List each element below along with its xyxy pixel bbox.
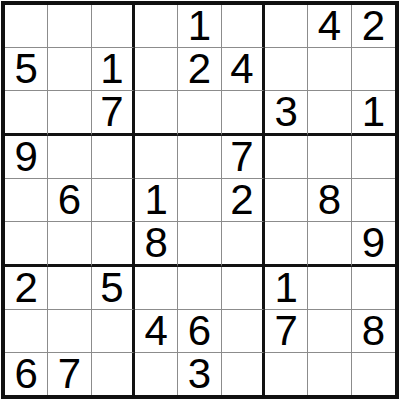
cell-r2c4[interactable] bbox=[135, 48, 178, 91]
cell-r6c7[interactable] bbox=[265, 222, 308, 267]
cell-r1c7[interactable] bbox=[265, 5, 308, 48]
cell-r5c1[interactable] bbox=[5, 179, 48, 222]
cell-r3c2[interactable] bbox=[48, 91, 91, 136]
cell-r7c4[interactable] bbox=[135, 267, 178, 310]
cell-r7c3[interactable]: 5 bbox=[92, 267, 135, 310]
cell-r4c5[interactable] bbox=[178, 136, 221, 179]
cell-r7c9[interactable] bbox=[352, 267, 395, 310]
cell-r3c1[interactable] bbox=[5, 91, 48, 136]
cell-r3c4[interactable] bbox=[135, 91, 178, 136]
given-digit: 1 bbox=[362, 91, 385, 133]
cell-r8c7[interactable]: 7 bbox=[265, 310, 308, 353]
cell-r5c5[interactable] bbox=[178, 179, 221, 222]
cell-r8c3[interactable] bbox=[92, 310, 135, 353]
cell-r3c3[interactable]: 7 bbox=[92, 91, 135, 136]
given-digit: 4 bbox=[144, 310, 167, 352]
cell-r1c8[interactable]: 4 bbox=[308, 5, 351, 48]
cell-r9c7[interactable] bbox=[265, 353, 308, 395]
cell-r8c8[interactable] bbox=[308, 310, 351, 353]
given-digit: 2 bbox=[230, 179, 253, 221]
given-digit: 5 bbox=[100, 267, 123, 309]
cell-r2c2[interactable] bbox=[48, 48, 91, 91]
given-digit: 1 bbox=[100, 48, 123, 90]
cell-r8c6[interactable] bbox=[222, 310, 265, 353]
cell-r6c5[interactable] bbox=[178, 222, 221, 267]
given-digit: 2 bbox=[14, 267, 37, 309]
cell-r9c5[interactable]: 3 bbox=[178, 353, 221, 395]
given-digit: 3 bbox=[188, 353, 211, 395]
given-digit: 7 bbox=[274, 310, 297, 352]
cell-r7c6[interactable] bbox=[222, 267, 265, 310]
cell-r2c7[interactable] bbox=[265, 48, 308, 91]
cell-r6c2[interactable] bbox=[48, 222, 91, 267]
cell-r3c8[interactable] bbox=[308, 91, 351, 136]
cell-r5c7[interactable] bbox=[265, 179, 308, 222]
cell-r8c1[interactable] bbox=[5, 310, 48, 353]
given-digit: 6 bbox=[58, 179, 81, 221]
cell-r8c5[interactable]: 6 bbox=[178, 310, 221, 353]
cell-r4c8[interactable] bbox=[308, 136, 351, 179]
cell-r4c7[interactable] bbox=[265, 136, 308, 179]
cell-r4c9[interactable] bbox=[352, 136, 395, 179]
cell-r2c1[interactable]: 5 bbox=[5, 48, 48, 91]
cell-r7c5[interactable] bbox=[178, 267, 221, 310]
cell-r5c6[interactable]: 2 bbox=[222, 179, 265, 222]
given-digit: 7 bbox=[100, 91, 123, 133]
given-digit: 8 bbox=[318, 179, 341, 221]
cell-r6c8[interactable] bbox=[308, 222, 351, 267]
cell-r9c2[interactable]: 7 bbox=[48, 353, 91, 395]
cell-r9c1[interactable]: 6 bbox=[5, 353, 48, 395]
given-digit: 9 bbox=[14, 136, 37, 178]
cell-r6c9[interactable]: 9 bbox=[352, 222, 395, 267]
given-digit: 1 bbox=[144, 179, 167, 221]
cell-r5c4[interactable]: 1 bbox=[135, 179, 178, 222]
given-digit: 6 bbox=[14, 353, 37, 395]
sudoku-board: 1425124731976128892514678673 bbox=[1, 1, 399, 399]
cell-r9c9[interactable] bbox=[352, 353, 395, 395]
cell-r3c6[interactable] bbox=[222, 91, 265, 136]
given-digit: 4 bbox=[318, 5, 341, 47]
cell-r4c2[interactable] bbox=[48, 136, 91, 179]
cell-r1c9[interactable]: 2 bbox=[352, 5, 395, 48]
cell-r9c6[interactable] bbox=[222, 353, 265, 395]
cell-r1c1[interactable] bbox=[5, 5, 48, 48]
cell-r6c4[interactable]: 8 bbox=[135, 222, 178, 267]
given-digit: 1 bbox=[274, 267, 297, 309]
cell-r8c4[interactable]: 4 bbox=[135, 310, 178, 353]
cell-r7c8[interactable] bbox=[308, 267, 351, 310]
cell-r2c8[interactable] bbox=[308, 48, 351, 91]
given-digit: 8 bbox=[144, 222, 167, 264]
cell-r4c3[interactable] bbox=[92, 136, 135, 179]
cell-r5c3[interactable] bbox=[92, 179, 135, 222]
cell-r2c5[interactable]: 2 bbox=[178, 48, 221, 91]
cell-r1c3[interactable] bbox=[92, 5, 135, 48]
cell-r5c2[interactable]: 6 bbox=[48, 179, 91, 222]
cell-r7c1[interactable]: 2 bbox=[5, 267, 48, 310]
cell-r8c2[interactable] bbox=[48, 310, 91, 353]
given-digit: 6 bbox=[188, 310, 211, 352]
cell-r4c6[interactable]: 7 bbox=[222, 136, 265, 179]
cell-r3c5[interactable] bbox=[178, 91, 221, 136]
cell-r3c7[interactable]: 3 bbox=[265, 91, 308, 136]
cell-r5c9[interactable] bbox=[352, 179, 395, 222]
cell-r9c8[interactable] bbox=[308, 353, 351, 395]
given-digit: 3 bbox=[274, 91, 297, 133]
cell-r4c1[interactable]: 9 bbox=[5, 136, 48, 179]
cell-r1c6[interactable] bbox=[222, 5, 265, 48]
cell-r4c4[interactable] bbox=[135, 136, 178, 179]
cell-r2c9[interactable] bbox=[352, 48, 395, 91]
given-digit: 7 bbox=[58, 353, 81, 395]
sudoku-page: 1425124731976128892514678673 bbox=[0, 0, 400, 400]
cell-r1c5[interactable]: 1 bbox=[178, 5, 221, 48]
given-digit: 7 bbox=[230, 136, 253, 178]
cell-r5c8[interactable]: 8 bbox=[308, 179, 351, 222]
cell-r6c6[interactable] bbox=[222, 222, 265, 267]
cell-r1c2[interactable] bbox=[48, 5, 91, 48]
given-digit: 5 bbox=[14, 48, 37, 90]
cell-r2c3[interactable]: 1 bbox=[92, 48, 135, 91]
given-digit: 2 bbox=[362, 5, 385, 47]
given-digit: 9 bbox=[362, 222, 385, 264]
cell-r8c9[interactable]: 8 bbox=[352, 310, 395, 353]
given-digit: 8 bbox=[362, 310, 385, 352]
cell-r1c4[interactable] bbox=[135, 5, 178, 48]
cell-r7c7[interactable]: 1 bbox=[265, 267, 308, 310]
cell-r2c6[interactable]: 4 bbox=[222, 48, 265, 91]
cell-r9c4[interactable] bbox=[135, 353, 178, 395]
cell-r3c9[interactable]: 1 bbox=[352, 91, 395, 136]
cell-r6c1[interactable] bbox=[5, 222, 48, 267]
cell-r7c2[interactable] bbox=[48, 267, 91, 310]
given-digit: 1 bbox=[188, 5, 211, 47]
cell-r9c3[interactable] bbox=[92, 353, 135, 395]
given-digit: 2 bbox=[188, 48, 211, 90]
cell-r6c3[interactable] bbox=[92, 222, 135, 267]
given-digit: 4 bbox=[230, 48, 253, 90]
